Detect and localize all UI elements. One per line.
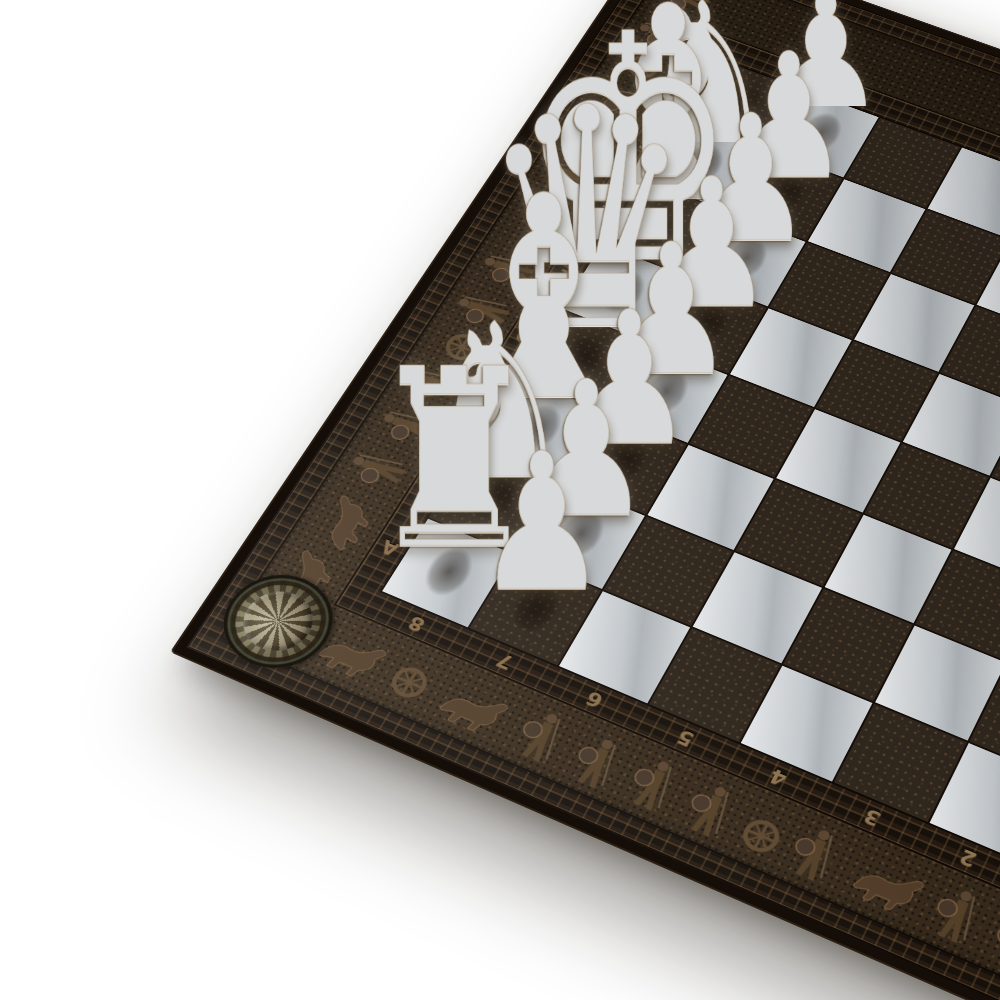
piece-glyph-P: ♟ (475, 428, 608, 618)
product-photo-stage: ABCDEFGH87654321♜♞♝♛♚♝♞♜♟♟♟♟♟♟♟♟ (0, 0, 1000, 1000)
perspective-scene: ABCDEFGH87654321♜♞♝♛♚♝♞♜♟♟♟♟♟♟♟♟ (0, 0, 1000, 1000)
chess-board: ABCDEFGH87654321♜♞♝♛♚♝♞♜♟♟♟♟♟♟♟♟ (170, 0, 1000, 1000)
